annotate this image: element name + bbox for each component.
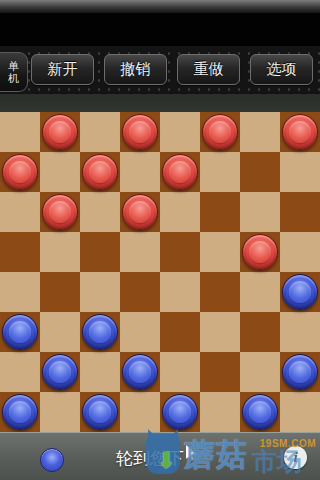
- square-r7c1: [40, 392, 80, 432]
- square-r6c4: [160, 352, 200, 392]
- square-r0c6: [240, 112, 280, 152]
- square-r2c1[interactable]: [40, 192, 80, 232]
- square-r4c0: [0, 272, 40, 312]
- red-piece[interactable]: [242, 234, 278, 270]
- square-r7c5: [200, 392, 240, 432]
- new-game-button[interactable]: 新开: [31, 54, 94, 85]
- blue-turn-piece-icon: [40, 448, 64, 472]
- blue-piece[interactable]: [42, 354, 78, 390]
- blue-piece[interactable]: [162, 394, 198, 430]
- square-r4c6: [240, 272, 280, 312]
- square-r1c7: [280, 152, 320, 192]
- square-r7c0[interactable]: [0, 392, 40, 432]
- top-black-band: [0, 13, 320, 46]
- red-piece[interactable]: [202, 114, 238, 150]
- square-r0c2: [80, 112, 120, 152]
- blue-piece[interactable]: [2, 314, 38, 350]
- red-piece[interactable]: [282, 114, 318, 150]
- square-r2c7[interactable]: [280, 192, 320, 232]
- square-r1c1: [40, 152, 80, 192]
- blue-piece[interactable]: [242, 394, 278, 430]
- square-r2c2: [80, 192, 120, 232]
- square-r5c2[interactable]: [80, 312, 120, 352]
- toolbar-buttons: 新开 撤销 重做 选项: [31, 54, 313, 85]
- square-r5c1: [40, 312, 80, 352]
- square-r6c2: [80, 352, 120, 392]
- square-r3c7: [280, 232, 320, 272]
- square-r2c6: [240, 192, 280, 232]
- blue-piece[interactable]: [2, 394, 38, 430]
- square-r4c7[interactable]: [280, 272, 320, 312]
- square-r1c2[interactable]: [80, 152, 120, 192]
- square-r5c3: [120, 312, 160, 352]
- square-r0c0: [0, 112, 40, 152]
- square-r0c4: [160, 112, 200, 152]
- square-r2c5[interactable]: [200, 192, 240, 232]
- bottom-status-bar: 轮到您下 i: [0, 432, 320, 480]
- square-r4c4: [160, 272, 200, 312]
- side-menu-tab-label: 单机: [8, 60, 20, 84]
- square-r0c1[interactable]: [40, 112, 80, 152]
- board-top-strip: [0, 94, 320, 113]
- square-r3c3: [120, 232, 160, 272]
- square-r7c4[interactable]: [160, 392, 200, 432]
- turn-status-text: 轮到您下: [116, 447, 184, 470]
- square-r6c1[interactable]: [40, 352, 80, 392]
- red-piece[interactable]: [42, 194, 78, 230]
- square-r1c6[interactable]: [240, 152, 280, 192]
- toolbar: 单机 新开 撤销 重做 选项: [0, 46, 320, 95]
- square-r6c6: [240, 352, 280, 392]
- square-r3c0[interactable]: [0, 232, 40, 272]
- blue-piece[interactable]: [282, 354, 318, 390]
- red-piece[interactable]: [2, 154, 38, 190]
- checkers-board: [0, 112, 320, 432]
- options-button[interactable]: 选项: [250, 54, 313, 85]
- square-r1c3: [120, 152, 160, 192]
- red-piece[interactable]: [42, 114, 78, 150]
- undo-button[interactable]: 撤销: [104, 54, 167, 85]
- square-r3c2[interactable]: [80, 232, 120, 272]
- square-r1c4[interactable]: [160, 152, 200, 192]
- side-menu-tab[interactable]: 单机: [0, 52, 28, 92]
- red-piece[interactable]: [122, 114, 158, 150]
- app-screen: 单机 新开 撤销 重做 选项 轮到您下 i ⬇ 蘑菇 市场 19SM.COM: [0, 0, 320, 480]
- square-r6c0: [0, 352, 40, 392]
- square-r7c6[interactable]: [240, 392, 280, 432]
- square-r6c5[interactable]: [200, 352, 240, 392]
- square-r7c3: [120, 392, 160, 432]
- cursor-arrow-icon: [186, 445, 197, 460]
- square-r0c3[interactable]: [120, 112, 160, 152]
- square-r0c5[interactable]: [200, 112, 240, 152]
- red-piece[interactable]: [122, 194, 158, 230]
- square-r4c3[interactable]: [120, 272, 160, 312]
- info-button[interactable]: i: [284, 446, 307, 469]
- square-r6c7[interactable]: [280, 352, 320, 392]
- square-r7c2[interactable]: [80, 392, 120, 432]
- square-r4c1[interactable]: [40, 272, 80, 312]
- redo-button[interactable]: 重做: [177, 54, 240, 85]
- red-piece[interactable]: [82, 154, 118, 190]
- square-r5c0[interactable]: [0, 312, 40, 352]
- square-r5c5: [200, 312, 240, 352]
- square-r5c7: [280, 312, 320, 352]
- red-piece[interactable]: [162, 154, 198, 190]
- square-r2c0: [0, 192, 40, 232]
- square-r1c5: [200, 152, 240, 192]
- square-r3c6[interactable]: [240, 232, 280, 272]
- blue-piece[interactable]: [82, 314, 118, 350]
- square-r5c4[interactable]: [160, 312, 200, 352]
- blue-piece[interactable]: [122, 354, 158, 390]
- blue-piece[interactable]: [82, 394, 118, 430]
- square-r4c2: [80, 272, 120, 312]
- square-r7c7: [280, 392, 320, 432]
- square-r1c0[interactable]: [0, 152, 40, 192]
- blue-piece[interactable]: [282, 274, 318, 310]
- square-r4c5[interactable]: [200, 272, 240, 312]
- square-r3c1: [40, 232, 80, 272]
- square-r2c3[interactable]: [120, 192, 160, 232]
- square-r0c7[interactable]: [280, 112, 320, 152]
- square-r5c6[interactable]: [240, 312, 280, 352]
- square-r2c4: [160, 192, 200, 232]
- status-bar: [0, 0, 320, 13]
- square-r3c4[interactable]: [160, 232, 200, 272]
- square-r3c5: [200, 232, 240, 272]
- square-r6c3[interactable]: [120, 352, 160, 392]
